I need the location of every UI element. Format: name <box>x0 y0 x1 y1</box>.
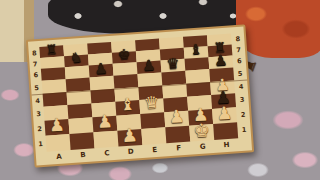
rank-label-5: 5 <box>31 81 43 95</box>
rank-label-2: 2 <box>236 106 250 122</box>
rank-label-6: 6 <box>232 55 246 68</box>
rank-label-5: 5 <box>233 67 247 81</box>
square-c2: ♟ <box>92 116 117 133</box>
square-e1 <box>141 127 166 145</box>
file-label-a: A <box>47 150 72 165</box>
file-label-b: B <box>71 148 96 163</box>
chess-board: 87654321 ♜♞♚♝♜♟♟♛♟♟♝♛♟♟♟♟♟♟♟♚ 87654321 A… <box>26 24 254 167</box>
rank-label-8: 8 <box>28 47 40 59</box>
square-f2: ♟ <box>164 111 189 128</box>
square-b1 <box>69 132 94 150</box>
square-c1 <box>93 131 118 149</box>
square-a2: ♟ <box>44 119 69 136</box>
file-label-f: F <box>166 142 191 157</box>
square-d2 <box>116 114 141 131</box>
square-a1 <box>46 134 71 152</box>
square-g1: ♚ <box>189 124 214 142</box>
rank-label-1: 1 <box>237 121 251 138</box>
file-label-d: D <box>118 145 143 160</box>
piece-black-rook-a8: ♜ <box>45 43 58 57</box>
rank-label-6: 6 <box>30 69 42 82</box>
photo-scene: ♞♜♝ 87654321 ♜♞♚♝♜♟♟♛♟♟♝♛♟♟♟♟♟♟♟♚ 876543… <box>0 0 320 180</box>
square-h1 <box>213 122 238 140</box>
square-e2 <box>140 112 165 129</box>
file-label-g: G <box>190 140 215 155</box>
rank-label-3: 3 <box>235 92 249 107</box>
square-g2: ♟ <box>188 109 213 126</box>
square-h2: ♟ <box>212 107 237 124</box>
square-b2 <box>68 117 93 134</box>
rank-label-4: 4 <box>234 79 248 93</box>
square-f1 <box>165 126 190 144</box>
file-label-e: E <box>142 143 167 158</box>
file-label-h: H <box>214 138 239 153</box>
square-d1: ♟ <box>117 129 142 147</box>
rank-label-7: 7 <box>29 58 41 70</box>
rank-label-4: 4 <box>32 94 44 108</box>
chess-board-wrap: 87654321 ♜♞♚♝♜♟♟♛♟♟♝♛♟♟♟♟♟♟♟♚ 87654321 A… <box>26 24 254 167</box>
file-label-c: C <box>95 147 120 162</box>
